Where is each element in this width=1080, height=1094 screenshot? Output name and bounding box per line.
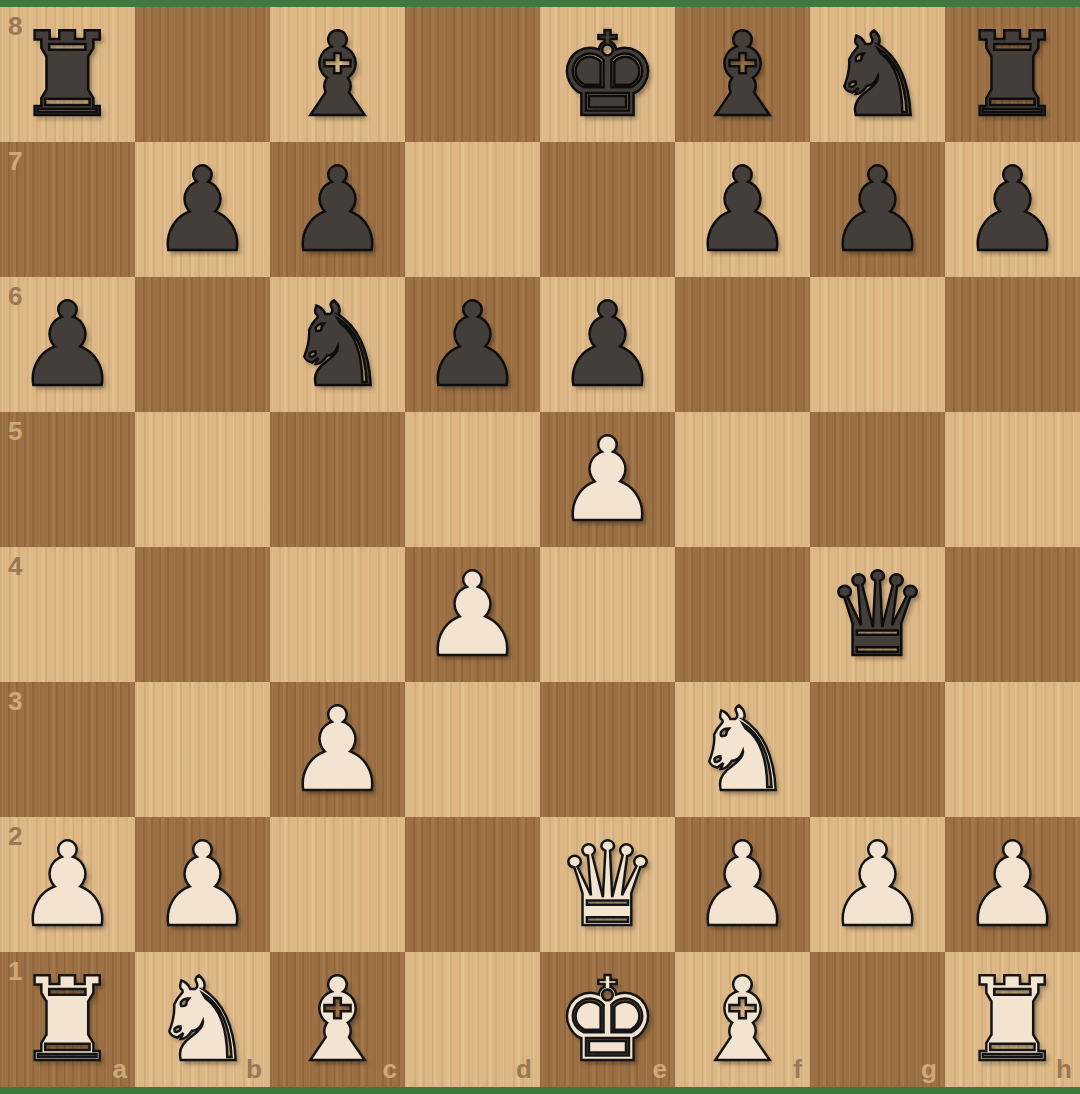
- file-label-d: d: [516, 1054, 532, 1085]
- square-c4[interactable]: [270, 547, 405, 682]
- square-c8[interactable]: ♝: [270, 7, 405, 142]
- square-e5[interactable]: ♟: [540, 412, 675, 547]
- white-knight[interactable]: ♞: [135, 952, 270, 1087]
- white-pawn[interactable]: ♟: [0, 817, 135, 952]
- white-pawn[interactable]: ♟: [135, 817, 270, 952]
- black-pawn[interactable]: ♟: [270, 142, 405, 277]
- black-knight[interactable]: ♞: [270, 277, 405, 412]
- square-f6[interactable]: [675, 277, 810, 412]
- white-king[interactable]: ♚: [540, 952, 675, 1087]
- square-b1[interactable]: ♞b: [135, 952, 270, 1087]
- square-b2[interactable]: ♟: [135, 817, 270, 952]
- square-h7[interactable]: ♟: [945, 142, 1080, 277]
- square-g6[interactable]: [810, 277, 945, 412]
- black-bishop[interactable]: ♝: [675, 7, 810, 142]
- square-a5[interactable]: 5: [0, 412, 135, 547]
- white-pawn[interactable]: ♟: [945, 817, 1080, 952]
- black-rook[interactable]: ♜: [0, 7, 135, 142]
- square-h5[interactable]: [945, 412, 1080, 547]
- square-g4[interactable]: ♛: [810, 547, 945, 682]
- square-f8[interactable]: ♝: [675, 7, 810, 142]
- square-b3[interactable]: [135, 682, 270, 817]
- square-g7[interactable]: ♟: [810, 142, 945, 277]
- square-a6[interactable]: ♟6: [0, 277, 135, 412]
- square-c6[interactable]: ♞: [270, 277, 405, 412]
- black-pawn[interactable]: ♟: [810, 142, 945, 277]
- square-h4[interactable]: [945, 547, 1080, 682]
- black-pawn[interactable]: ♟: [675, 142, 810, 277]
- black-pawn[interactable]: ♟: [0, 277, 135, 412]
- square-a8[interactable]: ♜8: [0, 7, 135, 142]
- square-d5[interactable]: [405, 412, 540, 547]
- white-queen[interactable]: ♛: [540, 817, 675, 952]
- square-c2[interactable]: [270, 817, 405, 952]
- chess-board: ♜8♝♚♝♞♜7♟♟♟♟♟♟6♞♟♟5♟4♟♛3♟♞♟2♟♛♟♟♟♜1a♞b♝c…: [0, 7, 1080, 1087]
- black-pawn[interactable]: ♟: [135, 142, 270, 277]
- rank-label-7: 7: [8, 146, 22, 177]
- square-f5[interactable]: [675, 412, 810, 547]
- black-knight[interactable]: ♞: [810, 7, 945, 142]
- white-rook[interactable]: ♜: [945, 952, 1080, 1087]
- square-b4[interactable]: [135, 547, 270, 682]
- black-pawn[interactable]: ♟: [540, 277, 675, 412]
- square-e1[interactable]: ♚e: [540, 952, 675, 1087]
- square-e6[interactable]: ♟: [540, 277, 675, 412]
- square-e7[interactable]: [540, 142, 675, 277]
- white-bishop[interactable]: ♝: [675, 952, 810, 1087]
- square-c1[interactable]: ♝c: [270, 952, 405, 1087]
- square-g8[interactable]: ♞: [810, 7, 945, 142]
- square-c7[interactable]: ♟: [270, 142, 405, 277]
- square-f7[interactable]: ♟: [675, 142, 810, 277]
- rank-label-4: 4: [8, 551, 22, 582]
- white-pawn[interactable]: ♟: [405, 547, 540, 682]
- white-rook[interactable]: ♜: [0, 952, 135, 1087]
- square-e8[interactable]: ♚: [540, 7, 675, 142]
- square-b8[interactable]: [135, 7, 270, 142]
- black-queen[interactable]: ♛: [810, 547, 945, 682]
- square-g3[interactable]: [810, 682, 945, 817]
- white-pawn[interactable]: ♟: [675, 817, 810, 952]
- square-f1[interactable]: ♝f: [675, 952, 810, 1087]
- white-pawn[interactable]: ♟: [810, 817, 945, 952]
- square-g5[interactable]: [810, 412, 945, 547]
- square-d3[interactable]: [405, 682, 540, 817]
- file-label-g: g: [921, 1054, 937, 1085]
- square-f2[interactable]: ♟: [675, 817, 810, 952]
- square-b5[interactable]: [135, 412, 270, 547]
- square-e2[interactable]: ♛: [540, 817, 675, 952]
- rank-label-5: 5: [8, 416, 22, 447]
- square-c5[interactable]: [270, 412, 405, 547]
- square-b7[interactable]: ♟: [135, 142, 270, 277]
- square-a3[interactable]: 3: [0, 682, 135, 817]
- black-pawn[interactable]: ♟: [945, 142, 1080, 277]
- square-a2[interactable]: ♟2: [0, 817, 135, 952]
- square-d8[interactable]: [405, 7, 540, 142]
- square-h3[interactable]: [945, 682, 1080, 817]
- square-c3[interactable]: ♟: [270, 682, 405, 817]
- square-a7[interactable]: 7: [0, 142, 135, 277]
- square-a1[interactable]: ♜1a: [0, 952, 135, 1087]
- square-d2[interactable]: [405, 817, 540, 952]
- square-h8[interactable]: ♜: [945, 7, 1080, 142]
- square-d1[interactable]: d: [405, 952, 540, 1087]
- square-h2[interactable]: ♟: [945, 817, 1080, 952]
- square-d7[interactable]: [405, 142, 540, 277]
- square-a4[interactable]: 4: [0, 547, 135, 682]
- square-g1[interactable]: g: [810, 952, 945, 1087]
- black-rook[interactable]: ♜: [945, 7, 1080, 142]
- rank-label-3: 3: [8, 686, 22, 717]
- black-bishop[interactable]: ♝: [270, 7, 405, 142]
- white-pawn[interactable]: ♟: [270, 682, 405, 817]
- square-b6[interactable]: [135, 277, 270, 412]
- square-h6[interactable]: [945, 277, 1080, 412]
- square-g2[interactable]: ♟: [810, 817, 945, 952]
- white-knight[interactable]: ♞: [675, 682, 810, 817]
- square-d4[interactable]: ♟: [405, 547, 540, 682]
- square-e3[interactable]: [540, 682, 675, 817]
- black-pawn[interactable]: ♟: [405, 277, 540, 412]
- square-f3[interactable]: ♞: [675, 682, 810, 817]
- square-h1[interactable]: ♜h: [945, 952, 1080, 1087]
- white-bishop[interactable]: ♝: [270, 952, 405, 1087]
- white-pawn[interactable]: ♟: [540, 412, 675, 547]
- square-d6[interactable]: ♟: [405, 277, 540, 412]
- black-king[interactable]: ♚: [540, 7, 675, 142]
- square-e4[interactable]: [540, 547, 675, 682]
- square-f4[interactable]: [675, 547, 810, 682]
